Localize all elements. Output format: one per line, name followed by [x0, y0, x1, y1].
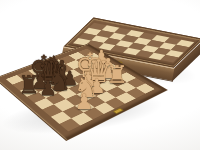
box-cell: [161, 55, 179, 63]
chess-board-open: [17, 22, 141, 146]
board-squares: [6, 49, 155, 132]
product-photo-scene: ♚♞♜♟♛♝♟♟♞♟♚♟♛♝♞♟♜♟: [0, 0, 200, 150]
